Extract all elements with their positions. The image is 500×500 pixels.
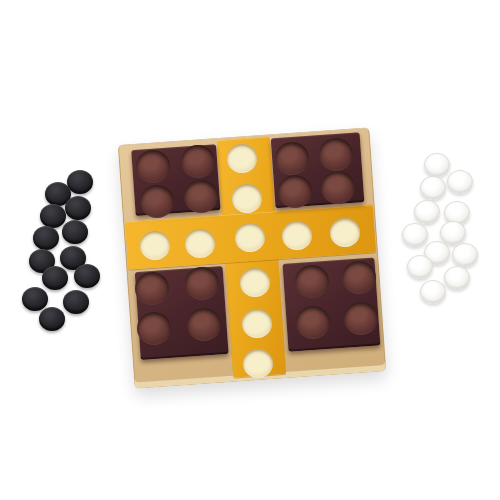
recess-top-right[interactable] <box>319 138 353 171</box>
recess-top-left[interactable] <box>136 150 170 183</box>
recess-bottom-left[interactable] <box>187 308 221 341</box>
recess-bottom-left[interactable] <box>185 267 219 300</box>
recess-bottom-right[interactable] <box>344 302 378 335</box>
recess-bottom-right[interactable] <box>296 306 330 339</box>
scene <box>0 0 500 500</box>
track-cell[interactable] <box>240 268 270 297</box>
recess-top-right[interactable] <box>278 175 312 208</box>
recess-bottom-left[interactable] <box>137 312 171 345</box>
black-piece[interactable] <box>67 170 93 194</box>
recess-bottom-right[interactable] <box>342 261 376 294</box>
white-piece[interactable] <box>452 243 478 267</box>
black-piece[interactable] <box>33 226 59 250</box>
track-cell[interactable] <box>235 223 265 252</box>
white-piece[interactable] <box>420 280 446 304</box>
black-piece[interactable] <box>62 220 88 244</box>
white-piece[interactable] <box>420 176 446 200</box>
white-piece[interactable] <box>447 170 473 194</box>
recess-top-left[interactable] <box>181 145 215 178</box>
black-piece[interactable] <box>74 264 100 288</box>
track-cell[interactable] <box>282 221 312 250</box>
black-piece[interactable] <box>40 204 66 228</box>
black-piece[interactable] <box>22 287 48 311</box>
recess-bottom-left[interactable] <box>135 272 169 305</box>
recess-bottom-right[interactable] <box>295 265 329 298</box>
recess-top-left[interactable] <box>140 185 174 218</box>
track-cell[interactable] <box>243 349 273 378</box>
track-cell[interactable] <box>242 309 272 338</box>
track-cell[interactable] <box>227 144 257 173</box>
recess-top-left[interactable] <box>184 180 218 213</box>
track-cell[interactable] <box>330 218 360 247</box>
black-piece[interactable] <box>65 196 91 220</box>
white-piece[interactable] <box>414 200 440 224</box>
white-piece[interactable] <box>440 221 466 245</box>
white-piece[interactable] <box>444 266 470 290</box>
white-piece[interactable] <box>424 153 450 177</box>
black-piece[interactable] <box>39 307 65 331</box>
black-piece[interactable] <box>63 290 89 314</box>
black-piece[interactable] <box>42 266 68 290</box>
white-piece[interactable] <box>407 255 433 279</box>
white-piece[interactable] <box>402 223 428 247</box>
recess-top-right[interactable] <box>275 142 309 175</box>
track-cell[interactable] <box>185 229 215 258</box>
track-cell[interactable] <box>232 184 262 213</box>
track-cell[interactable] <box>140 231 170 260</box>
recess-top-right[interactable] <box>321 171 355 204</box>
